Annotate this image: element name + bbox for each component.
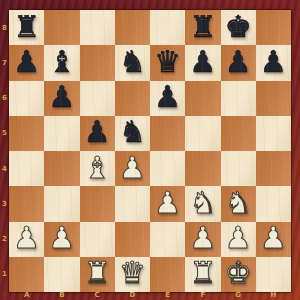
file-label-e: E [150,290,185,300]
file-label-b: B [44,290,79,300]
square-b8[interactable] [44,10,79,45]
square-b4[interactable] [44,151,79,186]
square-a2[interactable]: ♟ [9,222,44,257]
square-g6[interactable] [221,81,256,116]
piece-white-rook[interactable]: ♜ [189,258,216,288]
piece-black-pawn[interactable]: ♟ [13,47,40,77]
piece-white-king[interactable]: ♚ [225,258,252,288]
square-e8[interactable] [150,10,185,45]
piece-black-pawn[interactable]: ♟ [260,47,287,77]
square-h3[interactable] [256,186,291,221]
square-c7[interactable] [80,45,115,80]
square-c2[interactable] [80,222,115,257]
rank-label-3: 3 [0,186,9,221]
rank-label-2: 2 [0,222,9,257]
square-e7[interactable]: ♛ [150,45,185,80]
square-b6[interactable]: ♟ [44,81,79,116]
square-h6[interactable] [256,81,291,116]
rank-label-6: 6 [0,81,9,116]
square-a6[interactable] [9,81,44,116]
square-e5[interactable] [150,116,185,151]
square-e2[interactable] [150,222,185,257]
square-a3[interactable] [9,186,44,221]
square-f2[interactable]: ♟ [185,222,220,257]
square-f7[interactable]: ♟ [185,45,220,80]
square-a7[interactable]: ♟ [9,45,44,80]
piece-white-bishop[interactable]: ♝ [84,153,111,183]
square-c5[interactable]: ♟ [80,116,115,151]
piece-white-pawn[interactable]: ♟ [225,223,252,253]
square-h5[interactable] [256,116,291,151]
square-d8[interactable] [115,10,150,45]
square-c3[interactable] [80,186,115,221]
piece-white-pawn[interactable]: ♟ [154,188,181,218]
square-c6[interactable] [80,81,115,116]
square-f8[interactable]: ♜ [185,10,220,45]
square-g3[interactable]: ♞ [221,186,256,221]
square-d3[interactable] [115,186,150,221]
file-label-c: C [80,290,115,300]
file-label-a: A [9,290,44,300]
square-f3[interactable]: ♞ [185,186,220,221]
square-g2[interactable]: ♟ [221,222,256,257]
piece-black-bishop[interactable]: ♝ [48,47,75,77]
square-h7[interactable]: ♟ [256,45,291,80]
rank-label-7: 7 [0,45,9,80]
square-d5[interactable]: ♞ [115,116,150,151]
square-g4[interactable] [221,151,256,186]
square-b5[interactable] [44,116,79,151]
file-label-g: G [221,290,256,300]
square-b3[interactable] [44,186,79,221]
rank-label-8: 8 [0,10,9,45]
square-f4[interactable] [185,151,220,186]
square-e4[interactable] [150,151,185,186]
square-f5[interactable] [185,116,220,151]
square-a8[interactable]: ♜ [9,10,44,45]
square-c8[interactable] [80,10,115,45]
rank-label-5: 5 [0,116,9,151]
piece-black-rook[interactable]: ♜ [189,12,216,42]
square-e1[interactable] [150,257,185,292]
chess-diagram: 87654321 ♜♜♚♟♝♞♛♟♟♟♟♟♟♞♝♟♟♞♞♟♟♟♟♟♜♛♜♚ AB… [0,0,300,300]
square-d6[interactable] [115,81,150,116]
square-h4[interactable] [256,151,291,186]
square-a4[interactable] [9,151,44,186]
rank-label-1: 1 [0,257,9,292]
square-g7[interactable]: ♟ [221,45,256,80]
piece-black-pawn[interactable]: ♟ [48,82,75,112]
piece-black-knight[interactable]: ♞ [119,47,146,77]
piece-white-pawn[interactable]: ♟ [260,223,287,253]
square-c1[interactable]: ♜ [80,257,115,292]
file-labels: ABCDEFGH [9,290,291,300]
square-d2[interactable] [115,222,150,257]
square-f1[interactable]: ♜ [185,257,220,292]
piece-white-pawn[interactable]: ♟ [189,223,216,253]
square-a5[interactable] [9,116,44,151]
piece-white-knight[interactable]: ♞ [225,188,252,218]
piece-white-pawn[interactable]: ♟ [119,153,146,183]
piece-black-pawn[interactable]: ♟ [84,117,111,147]
piece-white-queen[interactable]: ♛ [119,258,146,288]
piece-black-pawn[interactable]: ♟ [225,47,252,77]
piece-white-rook[interactable]: ♜ [84,258,111,288]
piece-black-pawn[interactable]: ♟ [154,82,181,112]
square-e3[interactable]: ♟ [150,186,185,221]
square-g8[interactable]: ♚ [221,10,256,45]
piece-white-knight[interactable]: ♞ [189,188,216,218]
rank-labels: 87654321 [0,10,9,292]
square-e6[interactable]: ♟ [150,81,185,116]
square-b1[interactable] [44,257,79,292]
square-b7[interactable]: ♝ [44,45,79,80]
square-c4[interactable]: ♝ [80,151,115,186]
square-g5[interactable] [221,116,256,151]
file-label-h: H [256,290,291,300]
square-b2[interactable]: ♟ [44,222,79,257]
square-d7[interactable]: ♞ [115,45,150,80]
chess-board: ♜♜♚♟♝♞♛♟♟♟♟♟♟♞♝♟♟♞♞♟♟♟♟♟♜♛♜♚ [9,10,291,292]
square-d1[interactable]: ♛ [115,257,150,292]
piece-black-rook[interactable]: ♜ [13,12,40,42]
square-h2[interactable]: ♟ [256,222,291,257]
square-d4[interactable]: ♟ [115,151,150,186]
piece-black-king[interactable]: ♚ [225,12,252,42]
piece-white-pawn[interactable]: ♟ [13,223,40,253]
piece-black-queen[interactable]: ♛ [154,47,181,77]
square-f6[interactable] [185,81,220,116]
piece-white-pawn[interactable]: ♟ [48,223,75,253]
piece-black-pawn[interactable]: ♟ [189,47,216,77]
square-h1[interactable] [256,257,291,292]
rank-label-4: 4 [0,151,9,186]
square-g1[interactable]: ♚ [221,257,256,292]
square-h8[interactable] [256,10,291,45]
piece-black-knight[interactable]: ♞ [119,117,146,147]
file-label-f: F [185,290,220,300]
file-label-d: D [115,290,150,300]
square-a1[interactable] [9,257,44,292]
